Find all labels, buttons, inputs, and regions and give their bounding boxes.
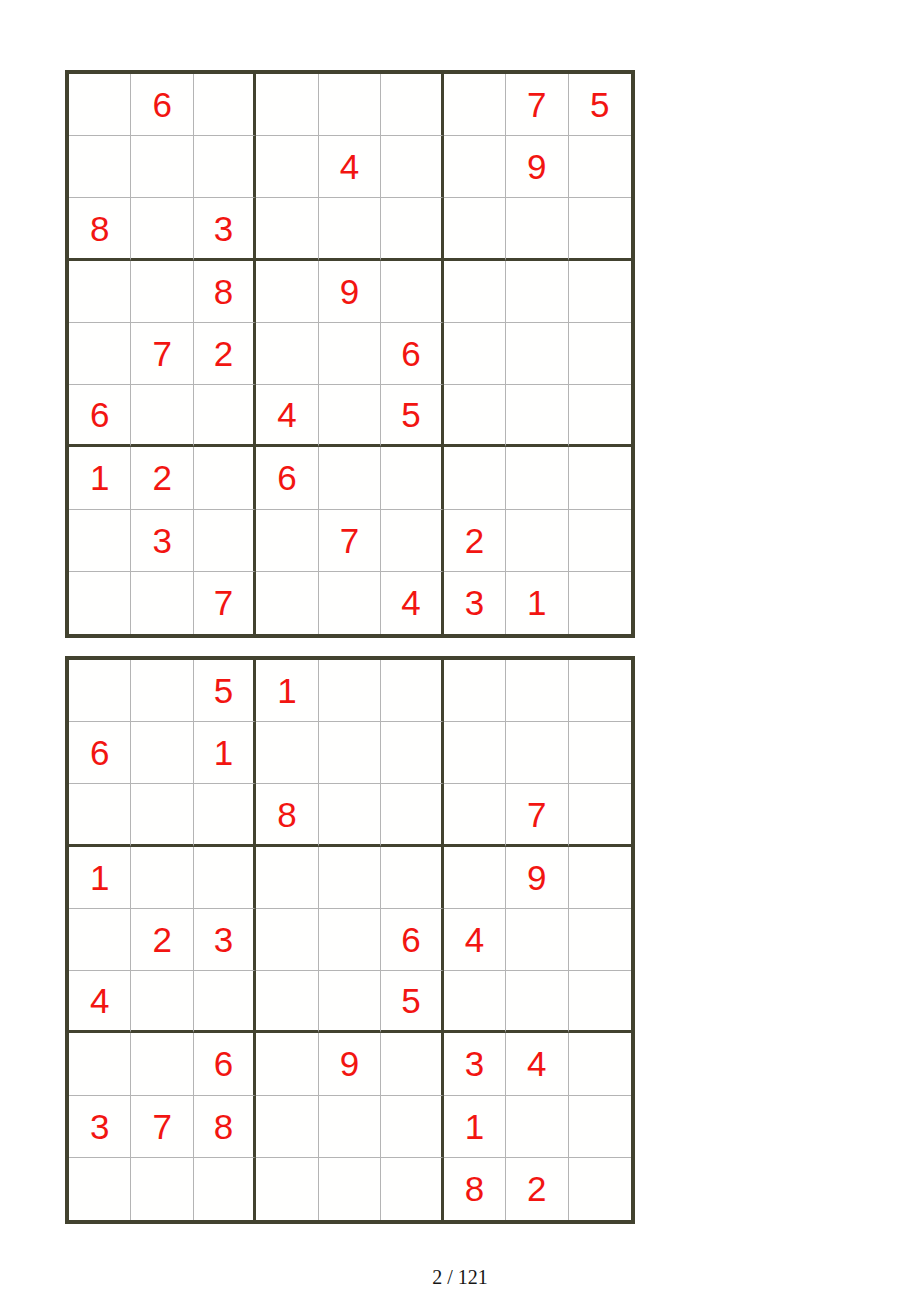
- cell-r9c9: [569, 1158, 631, 1220]
- cell-r3c7: [444, 198, 506, 260]
- cell-r3c1: [69, 784, 131, 846]
- cell-r5c7: 4: [444, 909, 506, 971]
- cell-r4c8: 9: [506, 847, 568, 909]
- cell-r1c9: [569, 660, 631, 722]
- cell-r7c4: [256, 1033, 318, 1095]
- cell-r8c1: 3: [69, 1096, 131, 1158]
- cell-r3c6: [381, 198, 443, 260]
- cell-r9c5: [319, 572, 381, 634]
- cell-r4c1: [69, 261, 131, 323]
- sudoku-board-2: 516187192364456934378182: [65, 656, 635, 1224]
- cell-r5c6: 6: [381, 323, 443, 385]
- cell-r4c3: 8: [194, 261, 256, 323]
- cell-r7c6: [381, 447, 443, 509]
- cell-r7c8: [506, 447, 568, 509]
- cell-r6c5: [319, 971, 381, 1033]
- cell-r8c9: [569, 1096, 631, 1158]
- cell-r2c2: [131, 722, 193, 784]
- cell-r8c3: [194, 510, 256, 572]
- cell-r2c2: [131, 136, 193, 198]
- cell-r7c9: [569, 1033, 631, 1095]
- cell-r4c9: [569, 261, 631, 323]
- cell-r6c3: [194, 385, 256, 447]
- cell-r6c1: 4: [69, 971, 131, 1033]
- cell-r1c5: [319, 74, 381, 136]
- cell-r5c3: 2: [194, 323, 256, 385]
- cell-r3c8: [506, 198, 568, 260]
- cell-r7c4: 6: [256, 447, 318, 509]
- cell-r1c1: [69, 660, 131, 722]
- cell-r8c4: [256, 1096, 318, 1158]
- cell-r1c2: 6: [131, 74, 193, 136]
- cell-r7c2: 2: [131, 447, 193, 509]
- cell-r9c3: [194, 1158, 256, 1220]
- cell-r6c5: [319, 385, 381, 447]
- cell-r4c5: 9: [319, 261, 381, 323]
- cell-r3c9: [569, 198, 631, 260]
- cell-r2c7: [444, 722, 506, 784]
- cell-r6c4: [256, 971, 318, 1033]
- cell-r4c1: 1: [69, 847, 131, 909]
- cell-r2c7: [444, 136, 506, 198]
- cell-r5c2: 7: [131, 323, 193, 385]
- cell-r2c6: [381, 722, 443, 784]
- page-number: 2 / 121: [0, 1266, 920, 1289]
- cell-r8c2: 7: [131, 1096, 193, 1158]
- cell-r9c6: 4: [381, 572, 443, 634]
- cell-r5c4: [256, 323, 318, 385]
- cell-r6c2: [131, 385, 193, 447]
- cell-r8c9: [569, 510, 631, 572]
- cell-r3c5: [319, 198, 381, 260]
- cell-r9c7: 3: [444, 572, 506, 634]
- cell-r2c3: [194, 136, 256, 198]
- cell-r4c9: [569, 847, 631, 909]
- cell-r6c2: [131, 971, 193, 1033]
- cell-r9c8: 2: [506, 1158, 568, 1220]
- cell-r1c8: [506, 660, 568, 722]
- cell-r5c1: [69, 909, 131, 971]
- cell-r7c2: [131, 1033, 193, 1095]
- cell-r1c6: [381, 74, 443, 136]
- cell-r2c1: [69, 136, 131, 198]
- cell-r5c7: [444, 323, 506, 385]
- cell-r9c4: [256, 572, 318, 634]
- cell-r8c4: [256, 510, 318, 572]
- cell-r9c6: [381, 1158, 443, 1220]
- cell-r5c9: [569, 909, 631, 971]
- cell-r9c4: [256, 1158, 318, 1220]
- cell-r1c3: 5: [194, 660, 256, 722]
- cell-r4c4: [256, 847, 318, 909]
- cell-r6c7: [444, 385, 506, 447]
- cell-r6c9: [569, 971, 631, 1033]
- cell-r5c6: 6: [381, 909, 443, 971]
- cell-r8c8: [506, 1096, 568, 1158]
- cell-r5c2: 2: [131, 909, 193, 971]
- cell-r2c8: 9: [506, 136, 568, 198]
- cell-r8c6: [381, 1096, 443, 1158]
- cell-r7c7: [444, 447, 506, 509]
- cell-r9c7: 8: [444, 1158, 506, 1220]
- cell-r8c7: 2: [444, 510, 506, 572]
- cell-r4c7: [444, 261, 506, 323]
- cell-r1c1: [69, 74, 131, 136]
- cell-r8c3: 8: [194, 1096, 256, 1158]
- cell-r3c8: 7: [506, 784, 568, 846]
- cell-r6c3: [194, 971, 256, 1033]
- cell-r9c2: [131, 572, 193, 634]
- cell-r4c8: [506, 261, 568, 323]
- cell-r5c3: 3: [194, 909, 256, 971]
- cell-r5c5: [319, 909, 381, 971]
- cell-r6c4: 4: [256, 385, 318, 447]
- cell-r8c6: [381, 510, 443, 572]
- cell-r8c5: 7: [319, 510, 381, 572]
- cell-r4c7: [444, 847, 506, 909]
- cell-r2c9: [569, 136, 631, 198]
- cell-r1c7: [444, 74, 506, 136]
- cell-r4c2: [131, 847, 193, 909]
- cell-r4c4: [256, 261, 318, 323]
- cell-r1c7: [444, 660, 506, 722]
- cell-r2c9: [569, 722, 631, 784]
- cell-r1c2: [131, 660, 193, 722]
- cell-r2c3: 1: [194, 722, 256, 784]
- sudoku-page: 6754983897266451263727431 51618719236445…: [0, 0, 920, 1300]
- cell-r5c9: [569, 323, 631, 385]
- cell-r1c4: 1: [256, 660, 318, 722]
- cell-r4c3: [194, 847, 256, 909]
- cell-r6c8: [506, 971, 568, 1033]
- cell-r3c2: [131, 198, 193, 260]
- cell-r9c1: [69, 1158, 131, 1220]
- cell-r9c1: [69, 572, 131, 634]
- cell-r4c2: [131, 261, 193, 323]
- cell-r9c9: [569, 572, 631, 634]
- cell-r3c4: [256, 198, 318, 260]
- cell-r8c5: [319, 1096, 381, 1158]
- cell-r3c4: 8: [256, 784, 318, 846]
- cell-r3c7: [444, 784, 506, 846]
- cell-r5c1: [69, 323, 131, 385]
- cell-r9c5: [319, 1158, 381, 1220]
- cell-r3c2: [131, 784, 193, 846]
- cell-r7c5: 9: [319, 1033, 381, 1095]
- cell-r6c6: 5: [381, 385, 443, 447]
- cell-r9c8: 1: [506, 572, 568, 634]
- cell-r3c3: 3: [194, 198, 256, 260]
- cell-r2c1: 6: [69, 722, 131, 784]
- cell-r3c1: 8: [69, 198, 131, 260]
- cell-r7c1: [69, 1033, 131, 1095]
- cell-r6c7: [444, 971, 506, 1033]
- cell-r1c9: 5: [569, 74, 631, 136]
- cell-r3c9: [569, 784, 631, 846]
- cell-r5c5: [319, 323, 381, 385]
- cell-r3c5: [319, 784, 381, 846]
- cell-r1c3: [194, 74, 256, 136]
- cell-r2c5: [319, 722, 381, 784]
- cell-r2c8: [506, 722, 568, 784]
- cell-r8c2: 3: [131, 510, 193, 572]
- cell-r3c3: [194, 784, 256, 846]
- cell-r2c4: [256, 722, 318, 784]
- cell-r4c6: [381, 261, 443, 323]
- cell-r1c5: [319, 660, 381, 722]
- cell-r5c4: [256, 909, 318, 971]
- cell-r7c1: 1: [69, 447, 131, 509]
- cell-r6c1: 6: [69, 385, 131, 447]
- cell-r9c2: [131, 1158, 193, 1220]
- cell-r9c3: 7: [194, 572, 256, 634]
- cell-r8c7: 1: [444, 1096, 506, 1158]
- cell-r5c8: [506, 323, 568, 385]
- cell-r7c3: 6: [194, 1033, 256, 1095]
- cell-r7c6: [381, 1033, 443, 1095]
- cell-r6c8: [506, 385, 568, 447]
- cell-r7c9: [569, 447, 631, 509]
- cell-r4c6: [381, 847, 443, 909]
- cell-r7c3: [194, 447, 256, 509]
- cell-r2c6: [381, 136, 443, 198]
- cell-r1c6: [381, 660, 443, 722]
- cell-r6c9: [569, 385, 631, 447]
- cell-r5c8: [506, 909, 568, 971]
- cell-r7c8: 4: [506, 1033, 568, 1095]
- cell-r7c5: [319, 447, 381, 509]
- cell-r4c5: [319, 847, 381, 909]
- cell-r8c8: [506, 510, 568, 572]
- cell-r2c5: 4: [319, 136, 381, 198]
- cell-r1c4: [256, 74, 318, 136]
- cell-r6c6: 5: [381, 971, 443, 1033]
- cell-r8c1: [69, 510, 131, 572]
- cell-r3c6: [381, 784, 443, 846]
- cell-r1c8: 7: [506, 74, 568, 136]
- sudoku-board-1: 6754983897266451263727431: [65, 70, 635, 638]
- cell-r7c7: 3: [444, 1033, 506, 1095]
- cell-r2c4: [256, 136, 318, 198]
